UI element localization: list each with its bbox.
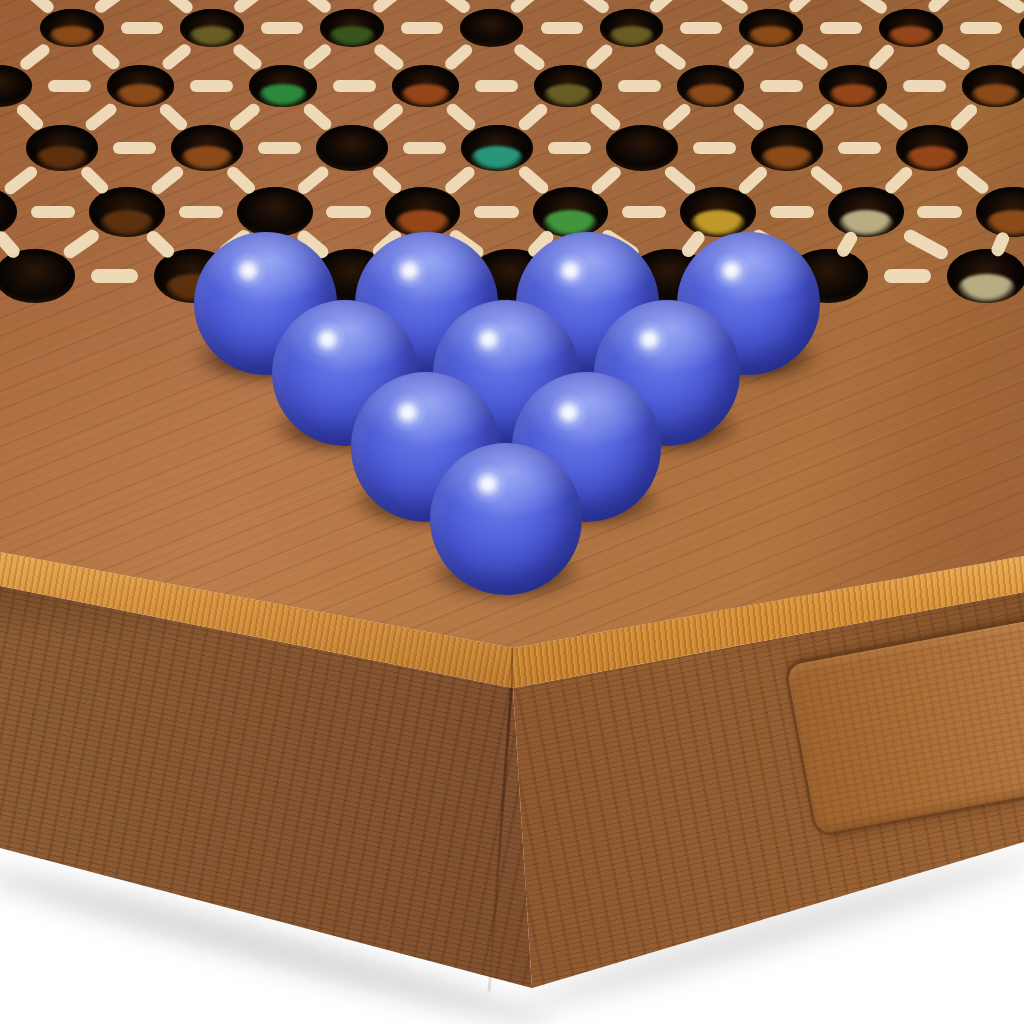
chinese-checkers-board-photo: Close-up of a wooden Chinese checkers bo… [0, 0, 1024, 1024]
drawer-panel[interactable] [786, 609, 1024, 835]
blue-marble[interactable] [430, 443, 583, 596]
